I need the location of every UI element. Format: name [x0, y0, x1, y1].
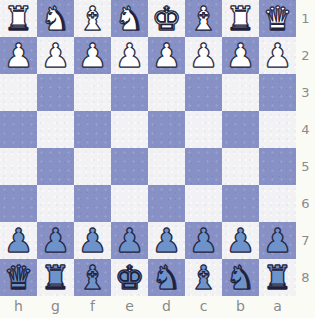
square-c4[interactable] [185, 111, 222, 148]
square-d7[interactable]: ♟ [148, 222, 185, 259]
square-e3[interactable] [111, 74, 148, 111]
square-a4[interactable] [259, 111, 296, 148]
rank-label-1: 1 [296, 0, 315, 37]
chess-board: ♜♞♝♞♚♝♜♛♟♟♟♟♟♟♟♟♟♟♟♟♟♟♟♟♛♜♝♚♞♝♞♜ [0, 0, 296, 296]
square-f4[interactable] [74, 111, 111, 148]
white-pawn[interactable]: ♟ [226, 37, 256, 74]
square-f3[interactable] [74, 74, 111, 111]
square-e6[interactable] [111, 185, 148, 222]
white-king[interactable]: ♚ [152, 0, 182, 37]
square-c8[interactable]: ♝ [185, 259, 222, 296]
square-b6[interactable] [222, 185, 259, 222]
black-pawn[interactable]: ♟ [152, 222, 182, 259]
file-label-e: e [111, 296, 148, 318]
black-bishop[interactable]: ♝ [78, 259, 108, 296]
square-e7[interactable]: ♟ [111, 222, 148, 259]
rank-labels: 12345678 [296, 0, 315, 296]
square-e5[interactable] [111, 148, 148, 185]
black-rook[interactable]: ♜ [41, 259, 71, 296]
black-pawn[interactable]: ♟ [41, 222, 71, 259]
square-c1[interactable]: ♝ [185, 0, 222, 37]
black-pawn[interactable]: ♟ [226, 222, 256, 259]
rank-label-5: 5 [296, 148, 315, 185]
square-b7[interactable]: ♟ [222, 222, 259, 259]
square-a8[interactable]: ♜ [259, 259, 296, 296]
white-rook[interactable]: ♜ [226, 0, 256, 37]
square-d4[interactable] [148, 111, 185, 148]
square-d5[interactable] [148, 148, 185, 185]
square-c7[interactable]: ♟ [185, 222, 222, 259]
square-b4[interactable] [222, 111, 259, 148]
white-pawn[interactable]: ♟ [189, 37, 219, 74]
square-h7[interactable]: ♟ [0, 222, 37, 259]
square-d8[interactable]: ♞ [148, 259, 185, 296]
square-f5[interactable] [74, 148, 111, 185]
square-c3[interactable] [185, 74, 222, 111]
square-a5[interactable] [259, 148, 296, 185]
file-label-a: a [259, 296, 296, 318]
white-pawn[interactable]: ♟ [78, 37, 108, 74]
white-bishop[interactable]: ♝ [189, 0, 219, 37]
square-g8[interactable]: ♜ [37, 259, 74, 296]
square-e2[interactable]: ♟ [111, 37, 148, 74]
square-f6[interactable] [74, 185, 111, 222]
square-a6[interactable] [259, 185, 296, 222]
square-g2[interactable]: ♟ [37, 37, 74, 74]
file-labels: hgfedcba [0, 296, 296, 318]
square-f2[interactable]: ♟ [74, 37, 111, 74]
black-pawn[interactable]: ♟ [189, 222, 219, 259]
square-h1[interactable]: ♜ [0, 0, 37, 37]
square-g4[interactable] [37, 111, 74, 148]
chess-app-window: ♜♞♝♞♚♝♜♛♟♟♟♟♟♟♟♟♟♟♟♟♟♟♟♟♛♜♝♚♞♝♞♜ 1234567… [0, 0, 315, 318]
white-knight[interactable]: ♞ [41, 0, 71, 37]
square-h5[interactable] [0, 148, 37, 185]
square-b8[interactable]: ♞ [222, 259, 259, 296]
square-b1[interactable]: ♜ [222, 0, 259, 37]
square-f8[interactable]: ♝ [74, 259, 111, 296]
white-pawn[interactable]: ♟ [263, 37, 293, 74]
square-g5[interactable] [37, 148, 74, 185]
square-g1[interactable]: ♞ [37, 0, 74, 37]
file-label-f: f [74, 296, 111, 318]
square-f1[interactable]: ♝ [74, 0, 111, 37]
square-c5[interactable] [185, 148, 222, 185]
square-b5[interactable] [222, 148, 259, 185]
black-pawn[interactable]: ♟ [263, 222, 293, 259]
rank-label-2: 2 [296, 37, 315, 74]
square-h6[interactable] [0, 185, 37, 222]
file-label-c: c [185, 296, 222, 318]
square-a3[interactable] [259, 74, 296, 111]
square-a1[interactable]: ♛ [259, 0, 296, 37]
white-knight[interactable]: ♞ [115, 0, 145, 37]
square-c6[interactable] [185, 185, 222, 222]
rank-label-3: 3 [296, 74, 315, 111]
file-label-g: g [37, 296, 74, 318]
black-rook[interactable]: ♜ [263, 259, 293, 296]
rank-label-8: 8 [296, 259, 315, 296]
square-a2[interactable]: ♟ [259, 37, 296, 74]
square-d6[interactable] [148, 185, 185, 222]
square-b2[interactable]: ♟ [222, 37, 259, 74]
square-f7[interactable]: ♟ [74, 222, 111, 259]
square-c2[interactable]: ♟ [185, 37, 222, 74]
white-rook[interactable]: ♜ [4, 0, 34, 37]
black-bishop[interactable]: ♝ [189, 259, 219, 296]
white-pawn[interactable]: ♟ [4, 37, 34, 74]
rank-label-7: 7 [296, 222, 315, 259]
square-h4[interactable] [0, 111, 37, 148]
square-a7[interactable]: ♟ [259, 222, 296, 259]
rank-label-4: 4 [296, 111, 315, 148]
black-knight[interactable]: ♞ [226, 259, 256, 296]
rank-label-6: 6 [296, 185, 315, 222]
square-g6[interactable] [37, 185, 74, 222]
square-h8[interactable]: ♛ [0, 259, 37, 296]
white-bishop[interactable]: ♝ [78, 0, 108, 37]
black-pawn[interactable]: ♟ [115, 222, 145, 259]
square-b3[interactable] [222, 74, 259, 111]
square-g7[interactable]: ♟ [37, 222, 74, 259]
square-h3[interactable] [0, 74, 37, 111]
square-h2[interactable]: ♟ [0, 37, 37, 74]
file-label-b: b [222, 296, 259, 318]
white-queen[interactable]: ♛ [263, 0, 293, 37]
black-pawn[interactable]: ♟ [4, 222, 34, 259]
white-pawn[interactable]: ♟ [41, 37, 71, 74]
black-knight[interactable]: ♞ [152, 259, 182, 296]
square-d2[interactable]: ♟ [148, 37, 185, 74]
square-d1[interactable]: ♚ [148, 0, 185, 37]
white-pawn[interactable]: ♟ [152, 37, 182, 74]
file-label-d: d [148, 296, 185, 318]
square-e8[interactable]: ♚ [111, 259, 148, 296]
square-d3[interactable] [148, 74, 185, 111]
black-king[interactable]: ♚ [115, 259, 145, 296]
black-pawn[interactable]: ♟ [78, 222, 108, 259]
file-label-h: h [0, 296, 37, 318]
square-e4[interactable] [111, 111, 148, 148]
square-e1[interactable]: ♞ [111, 0, 148, 37]
white-pawn[interactable]: ♟ [115, 37, 145, 74]
square-g3[interactable] [37, 74, 74, 111]
black-queen[interactable]: ♛ [4, 259, 34, 296]
